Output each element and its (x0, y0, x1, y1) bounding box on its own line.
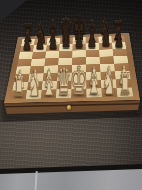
board-square-a1 (11, 90, 27, 99)
board-square-g1 (101, 88, 117, 97)
chess-board-frame (4, 33, 140, 103)
chess-board-grid (11, 36, 133, 100)
board-square-f1 (86, 88, 102, 97)
board-square-h1 (117, 88, 134, 97)
chess-set-photo: ♜♞♝♛♚♝♞♜♟♟♟♟♟♟♟♟♟♟♟♟♟♟♟♟♜♞♝♛♚♝♞♜ (0, 0, 142, 190)
board-square-c1 (41, 89, 57, 98)
board-square-b1 (26, 90, 42, 99)
brass-clasp (67, 105, 71, 110)
board-square-d1 (56, 89, 71, 98)
board-square-e1 (71, 89, 86, 98)
